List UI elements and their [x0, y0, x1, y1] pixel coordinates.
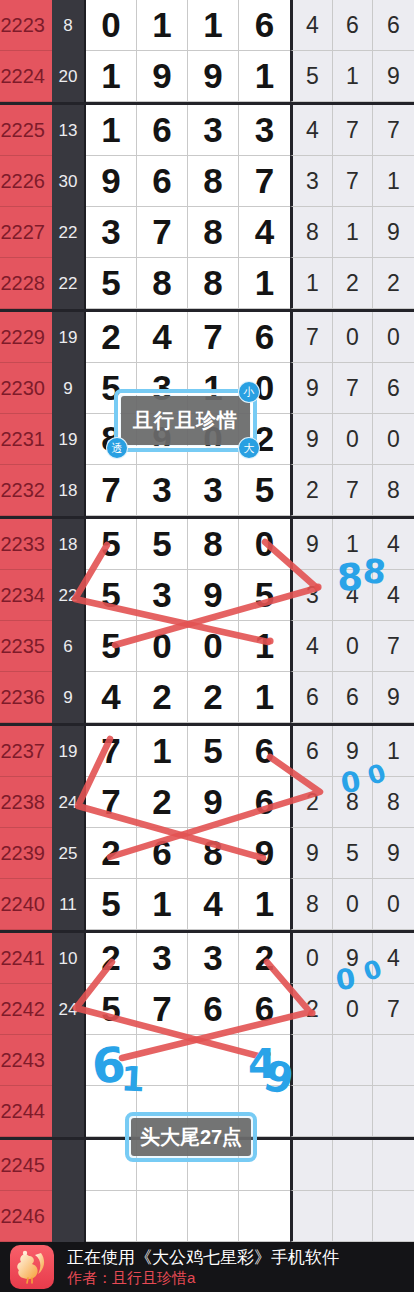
- sum-cell: [52, 1086, 86, 1137]
- front-digit-cell: [239, 1035, 290, 1086]
- front-digit-cell: 7: [86, 726, 137, 777]
- front-digit-cell: [188, 1035, 239, 1086]
- issue-cell: 2239: [0, 828, 52, 879]
- back-digit-cell: 1: [290, 258, 333, 309]
- back-digit-cell: [290, 1086, 333, 1137]
- back-digit-cell: [333, 1035, 373, 1086]
- issue-cell: 2227: [0, 207, 52, 258]
- back-digit-cell: 0: [373, 879, 414, 930]
- issue-cell: 2237: [0, 726, 52, 777]
- front-digit-cell: 4: [137, 312, 188, 363]
- front-digit-cell: 5: [86, 621, 137, 672]
- back-digit-cell: 1: [333, 207, 373, 258]
- front-digit-cell: 8: [188, 828, 239, 879]
- back-digit-cell: 0: [333, 414, 373, 465]
- back-digit-cell: 4: [373, 933, 414, 984]
- front-digit-cell: 5: [137, 519, 188, 570]
- front-digit-cell: 5: [239, 570, 290, 621]
- front-digit-cell: 5: [86, 984, 137, 1035]
- back-digit-cell: 0: [333, 621, 373, 672]
- front-digit-cell: 5: [86, 879, 137, 930]
- front-digit-cell: 2: [137, 672, 188, 723]
- front-digit-cell: 6: [239, 0, 290, 51]
- back-digit-cell: 8: [333, 777, 373, 828]
- back-digit-cell: 8: [290, 207, 333, 258]
- front-digit-cell: 3: [239, 105, 290, 156]
- front-digit-cell: 5: [239, 465, 290, 516]
- back-digit-cell: 0: [373, 414, 414, 465]
- front-digit-cell: [86, 1191, 137, 1242]
- issue-cell: 2241: [0, 933, 52, 984]
- front-digit-cell: 3: [188, 933, 239, 984]
- front-digit-cell: 6: [137, 828, 188, 879]
- front-digit-cell: 2: [86, 828, 137, 879]
- back-digit-cell: 0: [333, 984, 373, 1035]
- issue-cell: 2244: [0, 1086, 52, 1137]
- front-digit-cell: 4: [86, 672, 137, 723]
- issue-cell: 2232: [0, 465, 52, 516]
- front-digit-cell: 8: [188, 207, 239, 258]
- draw-row: 2226309687371: [0, 156, 414, 207]
- sum-cell: 9: [52, 672, 86, 723]
- back-digit-cell: [290, 1140, 333, 1191]
- front-digit-cell: 3: [86, 207, 137, 258]
- sum-cell: 10: [52, 933, 86, 984]
- front-digit-cell: 1: [239, 672, 290, 723]
- issue-cell: 2228: [0, 258, 52, 309]
- footer-texts: 正在使用《大公鸡七星彩》手机软件 作者：且行且珍惜a: [67, 1247, 339, 1287]
- sum-cell: 11: [52, 879, 86, 930]
- front-digit-cell: 3: [188, 105, 239, 156]
- front-digit-cell: 1: [188, 0, 239, 51]
- back-digit-cell: 9: [373, 51, 414, 102]
- back-digit-cell: 4: [290, 105, 333, 156]
- draw-row: 2225131633477: [0, 105, 414, 156]
- sum-cell: 22: [52, 207, 86, 258]
- draw-row: 2239252689959: [0, 828, 414, 879]
- footer-author-text: 作者：且行且珍惜a: [67, 1268, 339, 1287]
- back-digit-cell: 1: [373, 156, 414, 207]
- back-digit-cell: 3: [290, 570, 333, 621]
- back-digit-cell: 4: [290, 0, 333, 51]
- front-digit-cell: 7: [86, 465, 137, 516]
- front-digit-cell: 8: [188, 156, 239, 207]
- front-digit-cell: 2: [137, 777, 188, 828]
- draw-row: 2233185580914: [0, 519, 414, 570]
- back-digit-cell: 9: [373, 828, 414, 879]
- back-digit-cell: 9: [333, 726, 373, 777]
- draw-row: 222380116466: [0, 0, 414, 51]
- sum-cell: [52, 1035, 86, 1086]
- back-digit-cell: 7: [373, 984, 414, 1035]
- sum-cell: 20: [52, 51, 86, 102]
- issue-cell: 2233: [0, 519, 52, 570]
- front-digit-cell: 4: [239, 207, 290, 258]
- front-digit-cell: 6: [239, 777, 290, 828]
- front-digit-cell: 1: [239, 621, 290, 672]
- issue-cell: 2240: [0, 879, 52, 930]
- draw-row: 2232187335278: [0, 465, 414, 519]
- front-digit-cell: [86, 1035, 137, 1086]
- app-screen: 2223801164662224201991519222513163347722…: [0, 0, 414, 1292]
- draw-row: 2238247296288: [0, 777, 414, 828]
- front-digit-cell: 1: [86, 105, 137, 156]
- front-digit-cell: 9: [188, 51, 239, 102]
- front-digit-cell: 1: [137, 0, 188, 51]
- sum-cell: [52, 1140, 86, 1191]
- issue-cell: 2236: [0, 672, 52, 723]
- back-digit-cell: 1: [373, 726, 414, 777]
- front-digit-cell: 0: [137, 621, 188, 672]
- draw-row: 2242245766207: [0, 984, 414, 1035]
- issue-cell: 2224: [0, 51, 52, 102]
- front-digit-cell: 8: [137, 258, 188, 309]
- watermark-handle[interactable]: 大: [238, 437, 260, 459]
- back-digit-cell: 4: [373, 519, 414, 570]
- front-digit-cell: 6: [239, 984, 290, 1035]
- back-digit-cell: 9: [290, 414, 333, 465]
- back-digit-cell: [333, 1191, 373, 1242]
- front-digit-cell: 6: [239, 312, 290, 363]
- issue-cell: 2243: [0, 1035, 52, 1086]
- sum-cell: 19: [52, 726, 86, 777]
- front-digit-cell: 9: [86, 156, 137, 207]
- issue-cell: 2246: [0, 1191, 52, 1242]
- back-digit-cell: 8: [373, 777, 414, 828]
- back-digit-cell: [333, 1140, 373, 1191]
- front-digit-cell: 9: [239, 828, 290, 879]
- front-digit-cell: 1: [86, 51, 137, 102]
- sum-cell: 30: [52, 156, 86, 207]
- back-digit-cell: 2: [333, 258, 373, 309]
- footer-using-text: 正在使用《大公鸡七星彩》手机软件: [67, 1247, 339, 1268]
- front-digit-cell: [137, 1191, 188, 1242]
- draw-row: 2224201991519: [0, 51, 414, 105]
- back-digit-cell: 9: [373, 672, 414, 723]
- back-digit-cell: 7: [333, 363, 373, 414]
- front-digit-cell: 7: [137, 207, 188, 258]
- draw-row: 2234225395344: [0, 570, 414, 621]
- issue-cell: 2226: [0, 156, 52, 207]
- back-digit-cell: 4: [333, 570, 373, 621]
- front-digit-cell: 6: [137, 105, 188, 156]
- sum-cell: 6: [52, 621, 86, 672]
- back-digit-cell: 8: [373, 465, 414, 516]
- back-digit-cell: 5: [290, 51, 333, 102]
- back-digit-cell: 7: [290, 312, 333, 363]
- back-digit-cell: 4: [290, 621, 333, 672]
- watermark-label: 且行且珍惜: [121, 396, 250, 445]
- back-digit-cell: 0: [333, 312, 373, 363]
- watermark-handle[interactable]: 透: [106, 437, 128, 459]
- back-digit-cell: 9: [373, 207, 414, 258]
- sum-cell: 19: [52, 312, 86, 363]
- back-digit-cell: 9: [290, 363, 333, 414]
- front-digit-cell: [188, 1191, 239, 1242]
- draw-row: 2229192476700: [0, 312, 414, 363]
- issue-cell: 2230: [0, 363, 52, 414]
- front-digit-cell: 5: [86, 258, 137, 309]
- back-digit-cell: 7: [373, 621, 414, 672]
- front-digit-cell: 6: [137, 156, 188, 207]
- front-digit-cell: 3: [137, 933, 188, 984]
- back-digit-cell: 6: [290, 672, 333, 723]
- watermark-widget[interactable]: 且行且珍惜: [114, 389, 257, 452]
- front-digit-cell: 3: [188, 465, 239, 516]
- back-digit-cell: [290, 1191, 333, 1242]
- back-digit-cell: 6: [373, 0, 414, 51]
- front-digit-cell: 0: [188, 621, 239, 672]
- front-digit-cell: 9: [188, 777, 239, 828]
- issue-cell: 2231: [0, 414, 52, 465]
- sum-cell: 19: [52, 414, 86, 465]
- back-digit-cell: 3: [290, 156, 333, 207]
- sum-cell: 25: [52, 828, 86, 879]
- issue-cell: 2225: [0, 105, 52, 156]
- front-digit-cell: 1: [239, 879, 290, 930]
- issue-cell: 2235: [0, 621, 52, 672]
- back-digit-cell: 5: [333, 828, 373, 879]
- back-digit-cell: 9: [290, 519, 333, 570]
- back-digit-cell: 0: [373, 312, 414, 363]
- sum-cell: 13: [52, 105, 86, 156]
- issue-cell: 2234: [0, 570, 52, 621]
- back-digit-cell: 2: [290, 777, 333, 828]
- back-digit-cell: 8: [290, 879, 333, 930]
- front-digit-cell: 6: [188, 984, 239, 1035]
- front-digit-cell: [239, 1191, 290, 1242]
- issue-cell: 2245: [0, 1140, 52, 1191]
- draw-row: 223694221669: [0, 672, 414, 726]
- back-digit-cell: [373, 1035, 414, 1086]
- sum-cell: 18: [52, 465, 86, 516]
- draw-row: 2237197156691: [0, 726, 414, 777]
- front-digit-cell: 7: [188, 312, 239, 363]
- front-digit-cell: 9: [137, 51, 188, 102]
- front-digit-cell: 7: [239, 156, 290, 207]
- front-digit-cell: 6: [239, 726, 290, 777]
- sum-cell: 22: [52, 258, 86, 309]
- back-digit-cell: 2: [290, 465, 333, 516]
- draw-row: 2228225881122: [0, 258, 414, 312]
- draw-row: 2240115141800: [0, 879, 414, 933]
- back-digit-cell: 7: [333, 156, 373, 207]
- front-digit-cell: 2: [86, 933, 137, 984]
- front-digit-cell: 0: [86, 0, 137, 51]
- front-digit-cell: 5: [86, 519, 137, 570]
- issue-cell: 2223: [0, 0, 52, 51]
- watermark-handle[interactable]: 小: [238, 381, 260, 403]
- back-digit-cell: 6: [333, 672, 373, 723]
- front-digit-cell: 7: [137, 984, 188, 1035]
- front-digit-cell: 3: [137, 465, 188, 516]
- trend-table: 2223801164662224201991519222513163347722…: [0, 0, 414, 1242]
- back-digit-cell: 1: [333, 519, 373, 570]
- front-digit-cell: 4: [188, 879, 239, 930]
- front-digit-cell: 1: [137, 879, 188, 930]
- draw-row: 223565001407: [0, 621, 414, 672]
- front-digit-cell: 9: [188, 570, 239, 621]
- front-digit-cell: 2: [239, 933, 290, 984]
- sum-cell: 22: [52, 570, 86, 621]
- rooster-icon: [10, 1245, 54, 1289]
- front-digit-cell: 1: [137, 726, 188, 777]
- back-digit-cell: [373, 1086, 414, 1137]
- back-digit-cell: 6: [290, 726, 333, 777]
- sum-cell: 18: [52, 519, 86, 570]
- front-digit-cell: 7: [86, 777, 137, 828]
- front-digit-cell: 1: [239, 258, 290, 309]
- front-digit-cell: 2: [188, 672, 239, 723]
- draw-row: 2241102332094: [0, 933, 414, 984]
- issue-cell: 2238: [0, 777, 52, 828]
- front-digit-cell: 3: [137, 570, 188, 621]
- back-digit-cell: 6: [333, 0, 373, 51]
- back-digit-cell: 0: [290, 933, 333, 984]
- sum-cell: 24: [52, 777, 86, 828]
- back-digit-cell: 1: [333, 51, 373, 102]
- sum-cell: 24: [52, 984, 86, 1035]
- back-digit-cell: 2: [290, 984, 333, 1035]
- back-digit-cell: [373, 1191, 414, 1242]
- front-digit-cell: [137, 1035, 188, 1086]
- draw-row: 2227223784819: [0, 207, 414, 258]
- front-digit-cell: 8: [188, 519, 239, 570]
- back-digit-cell: [373, 1140, 414, 1191]
- sum-cell: [52, 1191, 86, 1242]
- front-digit-cell: 0: [239, 519, 290, 570]
- sum-cell: 8: [52, 0, 86, 51]
- footer-bar: 正在使用《大公鸡七星彩》手机软件 作者：且行且珍惜a: [0, 1242, 414, 1292]
- back-digit-cell: 7: [333, 465, 373, 516]
- back-digit-cell: 4: [373, 570, 414, 621]
- note-label: 头大尾27点: [131, 1118, 251, 1156]
- draw-row: 2243: [0, 1035, 414, 1086]
- back-digit-cell: [290, 1035, 333, 1086]
- draw-row: 2246: [0, 1191, 414, 1242]
- back-digit-cell: 0: [333, 879, 373, 930]
- back-digit-cell: [333, 1086, 373, 1137]
- back-digit-cell: 9: [290, 828, 333, 879]
- back-digit-cell: 6: [373, 363, 414, 414]
- front-digit-cell: 5: [188, 726, 239, 777]
- note-label-box[interactable]: 头大尾27点: [125, 1112, 257, 1162]
- front-digit-cell: 8: [188, 258, 239, 309]
- front-digit-cell: 5: [86, 570, 137, 621]
- sum-cell: 9: [52, 363, 86, 414]
- back-digit-cell: 9: [333, 933, 373, 984]
- front-digit-cell: 1: [239, 51, 290, 102]
- back-digit-cell: 7: [333, 105, 373, 156]
- issue-cell: 2229: [0, 312, 52, 363]
- back-digit-cell: 2: [373, 258, 414, 309]
- front-digit-cell: 2: [86, 312, 137, 363]
- issue-cell: 2242: [0, 984, 52, 1035]
- back-digit-cell: 7: [373, 105, 414, 156]
